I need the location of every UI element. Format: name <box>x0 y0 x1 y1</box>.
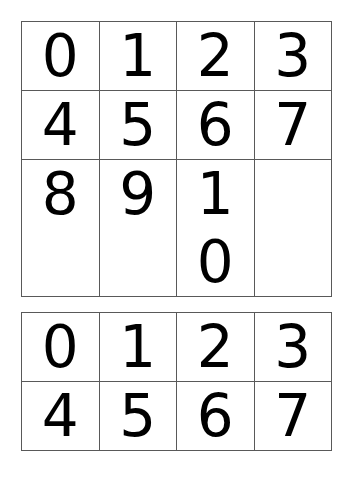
grid-cell: 3 <box>254 22 332 91</box>
grid-cell: 5 <box>99 91 177 160</box>
number-grid-top: 0 1 2 3 4 5 6 7 8 9 1 0 <box>21 21 332 297</box>
grid-cell: 4 <box>22 382 100 451</box>
grid-cell: 5 <box>99 382 177 451</box>
grid-cell: 6 <box>177 382 255 451</box>
grid-row: 8 9 1 0 <box>22 160 332 297</box>
grid-row: 4 5 6 7 <box>22 382 332 451</box>
grid-cell-empty <box>254 160 332 297</box>
grid-row: 0 1 2 3 <box>22 22 332 91</box>
number-grid-bottom: 0 1 2 3 4 5 6 7 <box>21 312 332 451</box>
grid-cell: 1 <box>99 313 177 382</box>
page-sheet: 0 1 2 3 4 5 6 7 8 9 1 0 0 1 <box>0 0 353 451</box>
grid-cell: 4 <box>22 91 100 160</box>
grid-cell: 2 <box>177 22 255 91</box>
grid-cell: 0 <box>22 22 100 91</box>
grid-cell: 0 <box>22 313 100 382</box>
grid-row: 4 5 6 7 <box>22 91 332 160</box>
grid-cell: 1 <box>99 22 177 91</box>
grid-cell: 6 <box>177 91 255 160</box>
grid-cell: 3 <box>254 313 332 382</box>
grid-cell: 8 <box>22 160 100 297</box>
grid-cell: 9 <box>99 160 177 297</box>
grid-cell-wrapped-ten: 1 0 <box>177 160 255 297</box>
grid-cell: 7 <box>254 91 332 160</box>
grid-cell: 2 <box>177 313 255 382</box>
grid-cell: 7 <box>254 382 332 451</box>
grid-row: 0 1 2 3 <box>22 313 332 382</box>
